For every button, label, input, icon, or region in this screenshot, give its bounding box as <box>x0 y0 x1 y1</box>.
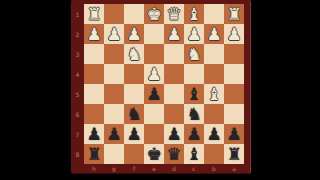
file-label-h: h <box>84 164 104 173</box>
file-label-f: f <box>124 164 144 173</box>
square-f3[interactable]: ♞ <box>124 44 144 64</box>
screenshot-stage: 12345678 ♜♚♛♝♜♟♟♟♟♟♟♟♞♞♟♟♝♝♞♞♟♟♟♟♟♟♟♜♚♛♝… <box>0 0 320 180</box>
square-e3[interactable] <box>144 44 164 64</box>
square-e2[interactable] <box>144 24 164 44</box>
square-e7[interactable] <box>144 124 164 144</box>
square-a7[interactable]: ♟ <box>224 124 244 144</box>
rank-label-8: 8 <box>71 144 84 164</box>
square-e4[interactable]: ♟ <box>144 64 164 84</box>
square-f6[interactable]: ♞ <box>124 104 144 124</box>
square-d6[interactable] <box>164 104 184 124</box>
file-labels: hgfedcba <box>84 164 244 173</box>
file-label-c: c <box>184 164 204 173</box>
square-a2[interactable]: ♟ <box>224 24 244 44</box>
piece-white-pawn: ♟ <box>224 24 244 44</box>
piece-white-bishop: ♝ <box>204 84 224 104</box>
square-d4[interactable] <box>164 64 184 84</box>
piece-black-knight: ♞ <box>124 104 144 124</box>
rank-label-6: 6 <box>71 104 84 124</box>
square-a4[interactable] <box>224 64 244 84</box>
board-grid: ♜♚♛♝♜♟♟♟♟♟♟♟♞♞♟♟♝♝♞♞♟♟♟♟♟♟♟♜♚♛♝♜ <box>84 4 244 164</box>
file-label-g: g <box>104 164 124 173</box>
square-a6[interactable] <box>224 104 244 124</box>
piece-black-pawn: ♟ <box>184 124 204 144</box>
piece-black-pawn: ♟ <box>204 124 224 144</box>
piece-white-king: ♚ <box>144 4 164 24</box>
square-d3[interactable] <box>164 44 184 64</box>
rank-labels: 12345678 <box>71 4 84 164</box>
file-label-e: e <box>144 164 164 173</box>
piece-white-pawn: ♟ <box>124 24 144 44</box>
piece-white-pawn: ♟ <box>164 24 184 44</box>
square-h3[interactable] <box>84 44 104 64</box>
piece-black-knight: ♞ <box>184 104 204 124</box>
square-b4[interactable] <box>204 64 224 84</box>
square-f7[interactable]: ♟ <box>124 124 144 144</box>
piece-black-bishop: ♝ <box>184 144 204 164</box>
rank-label-4: 4 <box>71 64 84 84</box>
square-d2[interactable]: ♟ <box>164 24 184 44</box>
rank-label-7: 7 <box>71 124 84 144</box>
square-a3[interactable] <box>224 44 244 64</box>
square-a5[interactable] <box>224 84 244 104</box>
square-e6[interactable] <box>144 104 164 124</box>
square-g8[interactable] <box>104 144 124 164</box>
square-h1[interactable]: ♜ <box>84 4 104 24</box>
square-b8[interactable] <box>204 144 224 164</box>
piece-white-pawn: ♟ <box>144 64 164 84</box>
piece-black-king: ♚ <box>144 144 164 164</box>
piece-black-pawn: ♟ <box>84 124 104 144</box>
square-g3[interactable] <box>104 44 124 64</box>
piece-black-rook: ♜ <box>84 144 104 164</box>
piece-white-rook: ♜ <box>84 4 104 24</box>
square-a8[interactable]: ♜ <box>224 144 244 164</box>
piece-white-pawn: ♟ <box>104 24 124 44</box>
piece-white-knight: ♞ <box>124 44 144 64</box>
piece-black-pawn: ♟ <box>124 124 144 144</box>
piece-black-pawn: ♟ <box>144 84 164 104</box>
square-g7[interactable]: ♟ <box>104 124 124 144</box>
square-b6[interactable] <box>204 104 224 124</box>
file-label-d: d <box>164 164 184 173</box>
piece-black-pawn: ♟ <box>224 124 244 144</box>
square-d7[interactable]: ♟ <box>164 124 184 144</box>
square-a1[interactable]: ♜ <box>224 4 244 24</box>
rank-label-2: 2 <box>71 24 84 44</box>
square-h5[interactable] <box>84 84 104 104</box>
rank-label-3: 3 <box>71 44 84 64</box>
square-e8[interactable]: ♚ <box>144 144 164 164</box>
square-f8[interactable] <box>124 144 144 164</box>
piece-white-bishop: ♝ <box>184 4 204 24</box>
square-b5[interactable]: ♝ <box>204 84 224 104</box>
piece-white-pawn: ♟ <box>204 24 224 44</box>
piece-black-rook: ♜ <box>224 144 244 164</box>
piece-white-queen: ♛ <box>164 4 184 24</box>
square-c4[interactable] <box>184 64 204 84</box>
square-h6[interactable] <box>84 104 104 124</box>
square-c6[interactable]: ♞ <box>184 104 204 124</box>
square-h8[interactable]: ♜ <box>84 144 104 164</box>
square-b1[interactable] <box>204 4 224 24</box>
piece-black-queen: ♛ <box>164 144 184 164</box>
square-h2[interactable]: ♟ <box>84 24 104 44</box>
piece-white-knight: ♞ <box>184 44 204 64</box>
square-d5[interactable] <box>164 84 184 104</box>
square-c8[interactable]: ♝ <box>184 144 204 164</box>
square-c5[interactable]: ♝ <box>184 84 204 104</box>
square-g1[interactable] <box>104 4 124 24</box>
square-e1[interactable]: ♚ <box>144 4 164 24</box>
square-h7[interactable]: ♟ <box>84 124 104 144</box>
piece-black-pawn: ♟ <box>164 124 184 144</box>
square-c3[interactable]: ♞ <box>184 44 204 64</box>
square-g2[interactable]: ♟ <box>104 24 124 44</box>
square-f4[interactable] <box>124 64 144 84</box>
square-g6[interactable] <box>104 104 124 124</box>
square-g4[interactable] <box>104 64 124 84</box>
square-f2[interactable]: ♟ <box>124 24 144 44</box>
square-c7[interactable]: ♟ <box>184 124 204 144</box>
square-b3[interactable] <box>204 44 224 64</box>
square-f1[interactable] <box>124 4 144 24</box>
file-label-a: a <box>224 164 244 173</box>
piece-black-pawn: ♟ <box>104 124 124 144</box>
piece-white-rook: ♜ <box>224 4 244 24</box>
square-b2[interactable]: ♟ <box>204 24 224 44</box>
square-c2[interactable]: ♟ <box>184 24 204 44</box>
piece-white-pawn: ♟ <box>84 24 104 44</box>
rank-label-5: 5 <box>71 84 84 104</box>
rank-label-1: 1 <box>71 4 84 24</box>
square-c1[interactable]: ♝ <box>184 4 204 24</box>
square-f5[interactable] <box>124 84 144 104</box>
square-d1[interactable]: ♛ <box>164 4 184 24</box>
piece-black-bishop: ♝ <box>184 84 204 104</box>
square-d8[interactable]: ♛ <box>164 144 184 164</box>
chess-board: 12345678 ♜♚♛♝♜♟♟♟♟♟♟♟♞♞♟♟♝♝♞♞♟♟♟♟♟♟♟♜♚♛♝… <box>71 0 251 174</box>
square-b7[interactable]: ♟ <box>204 124 224 144</box>
piece-white-pawn: ♟ <box>184 24 204 44</box>
square-h4[interactable] <box>84 64 104 84</box>
file-label-b: b <box>204 164 224 173</box>
square-g5[interactable] <box>104 84 124 104</box>
square-e5[interactable]: ♟ <box>144 84 164 104</box>
